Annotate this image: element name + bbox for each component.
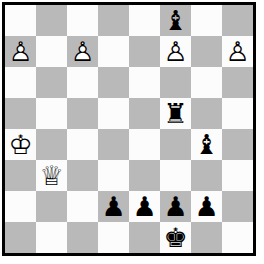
square-d3[interactable] <box>98 160 129 191</box>
square-a2[interactable] <box>5 191 36 222</box>
square-a8[interactable] <box>5 5 36 36</box>
square-h2[interactable] <box>222 191 253 222</box>
square-b2[interactable] <box>36 191 67 222</box>
square-g6[interactable] <box>191 67 222 98</box>
square-f6[interactable] <box>160 67 191 98</box>
square-g2[interactable]: ♟ <box>191 191 222 222</box>
square-a7[interactable]: ♟♙ <box>5 36 36 67</box>
square-b3[interactable]: ♛♕ <box>36 160 67 191</box>
square-e2[interactable]: ♟ <box>129 191 160 222</box>
piece-black-king: ♚ <box>160 222 191 253</box>
square-g7[interactable] <box>191 36 222 67</box>
square-e1[interactable] <box>129 222 160 253</box>
square-e6[interactable] <box>129 67 160 98</box>
piece-black-rook: ♜ <box>160 98 191 129</box>
square-d1[interactable] <box>98 222 129 253</box>
square-f4[interactable] <box>160 129 191 160</box>
square-h1[interactable] <box>222 222 253 253</box>
square-b5[interactable] <box>36 98 67 129</box>
square-c7[interactable]: ♟♙ <box>67 36 98 67</box>
square-a5[interactable] <box>5 98 36 129</box>
square-d5[interactable] <box>98 98 129 129</box>
square-h5[interactable] <box>222 98 253 129</box>
square-h6[interactable] <box>222 67 253 98</box>
square-b6[interactable] <box>36 67 67 98</box>
square-g4[interactable]: ♝ <box>191 129 222 160</box>
piece-white-pawn: ♟♙ <box>5 36 36 67</box>
square-a6[interactable] <box>5 67 36 98</box>
chess-board: ♝♟♙♟♙♟♙♟♙♜♚♔♝♛♕♟♟♟♟♚ <box>5 5 253 253</box>
square-g8[interactable] <box>191 5 222 36</box>
square-f8[interactable]: ♝ <box>160 5 191 36</box>
square-f1[interactable]: ♚ <box>160 222 191 253</box>
square-b8[interactable] <box>36 5 67 36</box>
square-g5[interactable] <box>191 98 222 129</box>
square-c6[interactable] <box>67 67 98 98</box>
square-a3[interactable] <box>5 160 36 191</box>
square-g3[interactable] <box>191 160 222 191</box>
piece-black-pawn: ♟ <box>191 191 222 222</box>
piece-black-pawn: ♟ <box>98 191 129 222</box>
square-c1[interactable] <box>67 222 98 253</box>
square-d6[interactable] <box>98 67 129 98</box>
square-e4[interactable] <box>129 129 160 160</box>
chess-diagram-page: ♝♟♙♟♙♟♙♟♙♜♚♔♝♛♕♟♟♟♟♚ <box>0 0 264 264</box>
square-b7[interactable] <box>36 36 67 67</box>
square-f3[interactable] <box>160 160 191 191</box>
square-c3[interactable] <box>67 160 98 191</box>
square-d8[interactable] <box>98 5 129 36</box>
board-frame: ♝♟♙♟♙♟♙♟♙♜♚♔♝♛♕♟♟♟♟♚ <box>2 2 256 256</box>
square-f5[interactable]: ♜ <box>160 98 191 129</box>
square-e5[interactable] <box>129 98 160 129</box>
piece-black-bishop: ♝ <box>191 129 222 160</box>
square-b1[interactable] <box>36 222 67 253</box>
square-e7[interactable] <box>129 36 160 67</box>
square-d2[interactable]: ♟ <box>98 191 129 222</box>
square-b4[interactable] <box>36 129 67 160</box>
piece-white-pawn: ♟♙ <box>67 36 98 67</box>
piece-white-queen: ♛♕ <box>36 160 67 191</box>
square-c4[interactable] <box>67 129 98 160</box>
piece-white-king: ♚♔ <box>5 129 36 160</box>
piece-white-pawn: ♟♙ <box>222 36 253 67</box>
square-f2[interactable]: ♟ <box>160 191 191 222</box>
square-c2[interactable] <box>67 191 98 222</box>
square-e8[interactable] <box>129 5 160 36</box>
square-d7[interactable] <box>98 36 129 67</box>
piece-white-pawn: ♟♙ <box>160 36 191 67</box>
square-c5[interactable] <box>67 98 98 129</box>
square-g1[interactable] <box>191 222 222 253</box>
piece-black-bishop: ♝ <box>160 5 191 36</box>
square-e3[interactable] <box>129 160 160 191</box>
square-f7[interactable]: ♟♙ <box>160 36 191 67</box>
square-d4[interactable] <box>98 129 129 160</box>
square-h3[interactable] <box>222 160 253 191</box>
square-a1[interactable] <box>5 222 36 253</box>
square-h4[interactable] <box>222 129 253 160</box>
piece-black-pawn: ♟ <box>129 191 160 222</box>
square-h8[interactable] <box>222 5 253 36</box>
piece-black-pawn: ♟ <box>160 191 191 222</box>
square-a4[interactable]: ♚♔ <box>5 129 36 160</box>
square-c8[interactable] <box>67 5 98 36</box>
square-h7[interactable]: ♟♙ <box>222 36 253 67</box>
